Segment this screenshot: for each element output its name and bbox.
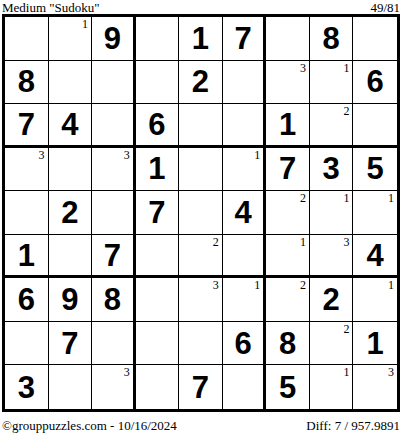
- cell-r3c2[interactable]: 4: [49, 104, 93, 148]
- cell-r9c8[interactable]: 1: [310, 365, 354, 409]
- pencil-mark: 1: [300, 236, 306, 248]
- puzzle-page: Medium "Sudoku" 49/81 191788231674612331…: [0, 0, 402, 432]
- pencil-mark: 3: [39, 149, 45, 161]
- pencil-mark: 1: [343, 366, 349, 378]
- cell-value: 2: [61, 197, 78, 228]
- cell-r3c4[interactable]: 6: [136, 104, 180, 148]
- cell-r1c2[interactable]: 1: [49, 17, 93, 61]
- cell-r3c6[interactable]: [223, 104, 267, 148]
- cell-r7c9[interactable]: 1: [353, 278, 397, 322]
- cell-r8c2[interactable]: 7: [49, 322, 93, 366]
- pencil-mark: 1: [388, 279, 394, 291]
- cell-value: 7: [279, 153, 296, 184]
- cell-r7c5[interactable]: 3: [179, 278, 223, 322]
- cell-r9c4[interactable]: [136, 365, 180, 409]
- header: Medium "Sudoku" 49/81: [2, 0, 400, 14]
- cell-r3c8[interactable]: 2: [310, 104, 354, 148]
- cell-value: 2: [323, 284, 340, 315]
- cell-r4c1[interactable]: 3: [5, 148, 49, 192]
- pencil-mark: 1: [82, 18, 88, 30]
- cell-r7c2[interactable]: 9: [49, 278, 93, 322]
- pencil-mark: 1: [343, 192, 349, 204]
- cell-r9c9[interactable]: 3: [353, 365, 397, 409]
- cell-r9c3[interactable]: 3: [92, 365, 136, 409]
- cell-value: 4: [234, 197, 251, 228]
- cell-r5c1[interactable]: [5, 191, 49, 235]
- cell-r8c8[interactable]: 2: [310, 322, 354, 366]
- copyright: ©grouppuzzles.com - 10/16/2024: [2, 419, 177, 432]
- cell-r7c7[interactable]: 2: [266, 278, 310, 322]
- cell-value: 6: [234, 328, 251, 359]
- cell-r2c2[interactable]: [49, 61, 93, 105]
- cell-r1c8[interactable]: 8: [310, 17, 354, 61]
- cell-r7c6[interactable]: 1: [223, 278, 267, 322]
- cell-r7c1[interactable]: 6: [5, 278, 49, 322]
- cell-r3c5[interactable]: [179, 104, 223, 148]
- cell-value: 6: [148, 109, 165, 140]
- cell-r6c8[interactable]: 3: [310, 235, 354, 279]
- cell-r6c9[interactable]: 4: [353, 235, 397, 279]
- cell-r2c8[interactable]: 1: [310, 61, 354, 105]
- cell-value: 7: [104, 240, 121, 271]
- cell-value: 7: [61, 328, 78, 359]
- cell-r9c2[interactable]: [49, 365, 93, 409]
- cell-value: 8: [323, 23, 340, 54]
- pencil-mark: 2: [343, 323, 349, 335]
- cell-r8c6[interactable]: 6: [223, 322, 267, 366]
- cell-r5c5[interactable]: [179, 191, 223, 235]
- cell-r4c5[interactable]: [179, 148, 223, 192]
- cell-r5c9[interactable]: 1: [353, 191, 397, 235]
- cell-r6c2[interactable]: [49, 235, 93, 279]
- cell-value: 1: [18, 240, 35, 271]
- cell-r8c4[interactable]: [136, 322, 180, 366]
- cell-r9c1[interactable]: 3: [5, 365, 49, 409]
- puzzle-title: Medium "Sudoku": [2, 1, 100, 14]
- pencil-mark: 3: [300, 62, 306, 74]
- cell-r9c7[interactable]: 5: [266, 365, 310, 409]
- cell-r2c3[interactable]: [92, 61, 136, 105]
- pencil-mark: 3: [343, 236, 349, 248]
- cell-value: 1: [192, 23, 209, 54]
- pencil-mark: 1: [343, 62, 349, 74]
- cell-r6c5[interactable]: 2: [179, 235, 223, 279]
- cell-r3c7[interactable]: 1: [266, 104, 310, 148]
- pencil-mark: 2: [213, 236, 219, 248]
- cell-r6c4[interactable]: [136, 235, 180, 279]
- pencil-mark: 2: [300, 192, 306, 204]
- cell-r5c3[interactable]: [92, 191, 136, 235]
- cells-remaining-counter: 49/81: [370, 1, 400, 14]
- pencil-mark: 3: [213, 279, 219, 291]
- cell-value: 8: [104, 284, 121, 315]
- cell-r7c3[interactable]: 8: [92, 278, 136, 322]
- cell-value: 1: [148, 153, 165, 184]
- cell-r1c1[interactable]: [5, 17, 49, 61]
- cell-r6c7[interactable]: 1: [266, 235, 310, 279]
- cell-r4c8[interactable]: 3: [310, 148, 354, 192]
- cell-r2c1[interactable]: 8: [5, 61, 49, 105]
- cell-r5c7[interactable]: 2: [266, 191, 310, 235]
- cell-r5c4[interactable]: 7: [136, 191, 180, 235]
- cell-r8c9[interactable]: 1: [353, 322, 397, 366]
- footer: ©grouppuzzles.com - 10/16/2024 Diff: 7 /…: [2, 412, 400, 432]
- cell-r4c3[interactable]: 3: [92, 148, 136, 192]
- cell-r2c6[interactable]: [223, 61, 267, 105]
- cell-value: 7: [234, 23, 251, 54]
- cell-r7c4[interactable]: [136, 278, 180, 322]
- cell-value: 9: [61, 284, 78, 315]
- cell-r4c6[interactable]: 1: [223, 148, 267, 192]
- cell-value: 4: [61, 109, 78, 140]
- pencil-mark: 3: [124, 149, 130, 161]
- cell-value: 9: [104, 23, 121, 54]
- sudoku-board: 1917882316746123311735274211172134698312…: [2, 14, 400, 412]
- cell-r1c5[interactable]: 1: [179, 17, 223, 61]
- cell-value: 1: [279, 109, 296, 140]
- cell-r8c3[interactable]: [92, 322, 136, 366]
- cell-r1c9[interactable]: [353, 17, 397, 61]
- pencil-mark: 1: [254, 149, 260, 161]
- cell-value: 3: [18, 372, 35, 403]
- cell-r9c5[interactable]: 7: [179, 365, 223, 409]
- cell-r5c6[interactable]: 4: [223, 191, 267, 235]
- cell-value: 7: [18, 109, 35, 140]
- cell-r2c5[interactable]: 2: [179, 61, 223, 105]
- cell-value: 5: [367, 153, 384, 184]
- pencil-mark: 1: [254, 279, 260, 291]
- pencil-mark: 1: [388, 192, 394, 204]
- cell-value: 2: [192, 66, 209, 97]
- cell-r6c3[interactable]: 7: [92, 235, 136, 279]
- cell-r4c9[interactable]: 5: [353, 148, 397, 192]
- cell-r1c4[interactable]: [136, 17, 180, 61]
- cell-r3c1[interactable]: 7: [5, 104, 49, 148]
- cell-value: 6: [18, 284, 35, 315]
- cell-r2c7[interactable]: 3: [266, 61, 310, 105]
- cell-r5c8[interactable]: 1: [310, 191, 354, 235]
- cell-r1c6[interactable]: 7: [223, 17, 267, 61]
- cell-value: 8: [18, 66, 35, 97]
- cell-r9c6[interactable]: [223, 365, 267, 409]
- cell-r7c8[interactable]: 2: [310, 278, 354, 322]
- cell-value: 6: [367, 66, 384, 97]
- cell-r8c5[interactable]: [179, 322, 223, 366]
- cell-value: 3: [323, 153, 340, 184]
- cell-r4c4[interactable]: 1: [136, 148, 180, 192]
- cell-r6c1[interactable]: 1: [5, 235, 49, 279]
- cell-r4c7[interactable]: 7: [266, 148, 310, 192]
- cell-value: 8: [279, 328, 296, 359]
- pencil-mark: 2: [343, 105, 349, 117]
- cell-value: 7: [192, 372, 209, 403]
- cell-value: 4: [367, 240, 384, 271]
- cell-value: 1: [367, 328, 384, 359]
- cell-r3c9[interactable]: [353, 104, 397, 148]
- cell-r5c2[interactable]: 2: [49, 191, 93, 235]
- pencil-mark: 3: [124, 366, 130, 378]
- cell-value: 5: [279, 372, 296, 403]
- cell-r2c4[interactable]: [136, 61, 180, 105]
- pencil-mark: 3: [388, 366, 394, 378]
- cell-value: 7: [148, 197, 165, 228]
- cell-r2c9[interactable]: 6: [353, 61, 397, 105]
- cell-r4c2[interactable]: [49, 148, 93, 192]
- pencil-mark: 2: [300, 279, 306, 291]
- cell-r1c7[interactable]: [266, 17, 310, 61]
- cell-r8c7[interactable]: 8: [266, 322, 310, 366]
- cell-r6c6[interactable]: [223, 235, 267, 279]
- difficulty: Diff: 7 / 957.9891: [306, 419, 400, 432]
- cell-r3c3[interactable]: [92, 104, 136, 148]
- cell-r8c1[interactable]: [5, 322, 49, 366]
- cell-r1c3[interactable]: 9: [92, 17, 136, 61]
